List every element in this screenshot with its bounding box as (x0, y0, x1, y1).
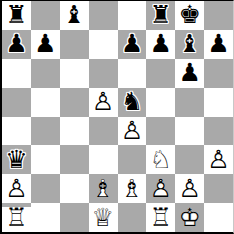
square-e1[interactable] (118, 203, 147, 232)
square-h5[interactable] (204, 88, 233, 117)
square-b2[interactable] (31, 174, 60, 203)
square-h3[interactable]: ♟♙ (204, 145, 233, 174)
square-b4[interactable] (31, 117, 60, 146)
square-g1[interactable]: ♚♔ (175, 203, 204, 232)
square-a3[interactable]: ♛ (2, 145, 31, 174)
black-bishop: ♝ (60, 1, 88, 29)
square-b1[interactable] (31, 203, 60, 232)
black-knight: ♞ (118, 88, 146, 116)
white-pawn: ♟♙ (205, 146, 233, 174)
black-bishop: ♝ (176, 30, 204, 58)
white-queen: ♛♕ (89, 204, 117, 232)
square-g7[interactable]: ♝ (175, 30, 204, 59)
black-pawn: ♟ (176, 59, 204, 87)
square-b7[interactable]: ♟ (31, 30, 60, 59)
square-g8[interactable]: ♚ (175, 1, 204, 30)
square-d7[interactable] (89, 30, 118, 59)
square-b3[interactable] (31, 145, 60, 174)
square-g6[interactable]: ♟ (175, 59, 204, 88)
square-c1[interactable] (60, 203, 89, 232)
square-h1[interactable] (204, 203, 233, 232)
square-f8[interactable]: ♜ (146, 1, 175, 30)
white-pawn: ♟♙ (147, 175, 175, 203)
square-f1[interactable]: ♜♖ (146, 203, 175, 232)
square-h7[interactable]: ♟ (204, 30, 233, 59)
black-pawn: ♟ (205, 30, 233, 58)
square-d5[interactable]: ♟♙ (89, 88, 118, 117)
square-b5[interactable] (31, 88, 60, 117)
square-b6[interactable] (31, 59, 60, 88)
white-pawn: ♟♙ (118, 117, 146, 145)
square-e7[interactable]: ♟ (118, 30, 147, 59)
square-h6[interactable] (204, 59, 233, 88)
square-a2[interactable]: ♟♙ (2, 174, 31, 203)
white-knight: ♞♘ (147, 146, 175, 174)
square-f2[interactable]: ♟♙ (146, 174, 175, 203)
square-e3[interactable] (118, 145, 147, 174)
square-f4[interactable] (146, 117, 175, 146)
square-f7[interactable]: ♟ (146, 30, 175, 59)
square-e8[interactable] (118, 1, 147, 30)
black-pawn: ♟ (147, 30, 175, 58)
square-a4[interactable] (2, 117, 31, 146)
square-g4[interactable] (175, 117, 204, 146)
chess-diagram: ♜♝♜♚♟♟♟♟♝♟♟♟♙♞♟♙♛♞♘♟♙♟♙♝♗♝♗♟♙♟♙♜♖♛♕♜♖♚♔ (0, 0, 234, 234)
square-d2[interactable]: ♝♗ (89, 174, 118, 203)
square-f5[interactable] (146, 88, 175, 117)
black-rook: ♜ (2, 1, 30, 29)
square-a6[interactable] (2, 59, 31, 88)
white-pawn: ♟♙ (176, 175, 204, 203)
square-c6[interactable] (60, 59, 89, 88)
white-bishop: ♝♗ (118, 175, 146, 203)
square-h8[interactable] (204, 1, 233, 30)
square-c3[interactable] (60, 145, 89, 174)
square-a5[interactable] (2, 88, 31, 117)
square-c8[interactable]: ♝ (60, 1, 89, 30)
white-king: ♚♔ (176, 204, 204, 232)
square-c2[interactable] (60, 174, 89, 203)
square-c4[interactable] (60, 117, 89, 146)
white-rook: ♜♖ (2, 204, 30, 232)
square-e2[interactable]: ♝♗ (118, 174, 147, 203)
square-c7[interactable] (60, 30, 89, 59)
black-rook: ♜ (147, 1, 175, 29)
square-h4[interactable] (204, 117, 233, 146)
white-rook: ♜♖ (147, 204, 175, 232)
square-a8[interactable]: ♜ (2, 1, 31, 30)
square-d1[interactable]: ♛♕ (89, 203, 118, 232)
white-pawn: ♟♙ (89, 88, 117, 116)
black-pawn: ♟ (2, 30, 30, 58)
chess-board: ♜♝♜♚♟♟♟♟♝♟♟♟♙♞♟♙♛♞♘♟♙♟♙♝♗♝♗♟♙♟♙♜♖♛♕♜♖♚♔ (2, 1, 233, 232)
black-king: ♚ (176, 1, 204, 29)
square-g5[interactable] (175, 88, 204, 117)
square-c5[interactable] (60, 88, 89, 117)
square-b8[interactable] (31, 1, 60, 30)
black-pawn: ♟ (118, 30, 146, 58)
white-pawn: ♟♙ (2, 175, 30, 203)
square-g2[interactable]: ♟♙ (175, 174, 204, 203)
square-h2[interactable] (204, 174, 233, 203)
square-f3[interactable]: ♞♘ (146, 145, 175, 174)
square-e6[interactable] (118, 59, 147, 88)
square-a1[interactable]: ♜♖ (2, 203, 31, 232)
square-d3[interactable] (89, 145, 118, 174)
square-d8[interactable] (89, 1, 118, 30)
square-d4[interactable] (89, 117, 118, 146)
square-f6[interactable] (146, 59, 175, 88)
black-queen: ♛ (2, 146, 30, 174)
square-e5[interactable]: ♞ (118, 88, 147, 117)
black-pawn: ♟ (31, 30, 59, 58)
square-g3[interactable] (175, 145, 204, 174)
white-bishop: ♝♗ (89, 175, 117, 203)
square-d6[interactable] (89, 59, 118, 88)
square-a7[interactable]: ♟ (2, 30, 31, 59)
square-e4[interactable]: ♟♙ (118, 117, 147, 146)
